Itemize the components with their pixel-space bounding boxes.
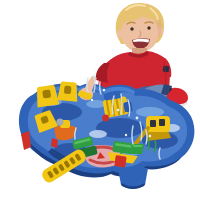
crane-window bbox=[150, 120, 156, 127]
gate-hole bbox=[64, 86, 72, 95]
sleeve-logo-patch bbox=[163, 66, 170, 73]
boy-eye-right bbox=[147, 26, 150, 29]
crane-cab bbox=[146, 116, 170, 132]
photo-canvas bbox=[0, 0, 200, 200]
boy-eye-left bbox=[130, 27, 133, 30]
scene-illustration bbox=[0, 0, 200, 200]
gate-hole bbox=[42, 90, 51, 99]
reflection bbox=[136, 107, 164, 117]
reflection bbox=[86, 100, 106, 108]
reflection bbox=[89, 130, 107, 138]
basin-foot bbox=[118, 168, 148, 189]
boat-figure bbox=[57, 119, 64, 126]
crane-window bbox=[159, 119, 165, 126]
cargo-cube bbox=[114, 155, 126, 167]
